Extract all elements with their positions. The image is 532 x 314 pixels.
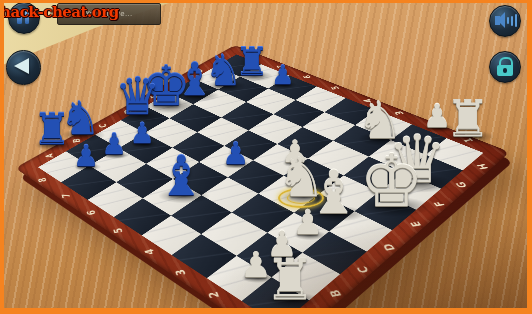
piece-white-rook-h1[interactable]: ♜ — [445, 93, 491, 144]
back-arrow-icon — [14, 58, 29, 74]
piece-black-pawn-d5[interactable]: ♟ — [222, 138, 249, 168]
piece-black-pawn-c7[interactable]: ♟ — [130, 119, 155, 147]
piece-white-rook-a1[interactable]: ♜ — [265, 251, 316, 308]
piece-black-pawn-b7[interactable]: ♟ — [101, 131, 127, 160]
watermark: hack-cheat.org — [0, 3, 119, 21]
piece-black-queen-d8[interactable]: ♛ — [115, 71, 161, 122]
lock-button[interactable] — [489, 51, 521, 83]
back-button[interactable] — [6, 50, 41, 85]
frame-top — [0, 0, 532, 3]
frame-bottom — [0, 308, 532, 314]
piece-black-pawn-a7[interactable]: ♟ — [73, 142, 99, 171]
frame-left — [0, 0, 4, 314]
piece-black-bishop-b5[interactable]: ♝ — [157, 149, 206, 204]
sound-button[interactable] — [489, 5, 521, 37]
piece-white-king-e1[interactable]: ♚ — [359, 145, 424, 217]
piece-black-pawn-h7[interactable]: ♟ — [271, 62, 294, 88]
frame-right — [527, 0, 532, 314]
game-screen: 1122334455667788AABBCCDDEEFFGGHH ♜♟♞♝♚♛♟… — [0, 0, 532, 314]
piece-black-rook-a8[interactable]: ♜ — [33, 108, 71, 151]
